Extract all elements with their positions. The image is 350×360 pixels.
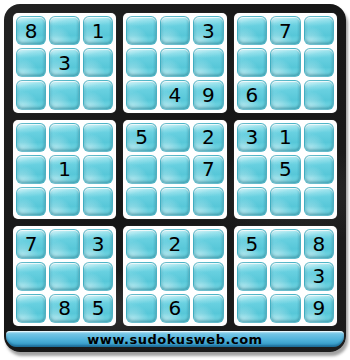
cell-r9c9[interactable]: 9 — [304, 294, 334, 323]
cell-r9c4[interactable] — [126, 294, 156, 323]
cell-r1c5[interactable] — [160, 16, 190, 45]
cell-r4c3[interactable] — [83, 123, 113, 152]
cell-r8c1[interactable] — [16, 262, 46, 291]
cell-r2c3[interactable] — [83, 48, 113, 77]
box-3-2: 26 — [123, 226, 226, 326]
sudoku-board: 8133497615273157385265839 — [13, 13, 337, 326]
cell-r9c7[interactable] — [237, 294, 267, 323]
cell-r9c2[interactable]: 8 — [49, 294, 79, 323]
cell-r6c1[interactable] — [16, 187, 46, 216]
cell-r3c6[interactable]: 9 — [193, 80, 223, 109]
cell-r2c4[interactable] — [126, 48, 156, 77]
box-3-3: 5839 — [234, 226, 337, 326]
cell-r4c8[interactable]: 1 — [270, 123, 300, 152]
board-shell: 8133497615273157385265839 www.sudokusweb… — [4, 4, 346, 352]
cell-r6c6[interactable] — [193, 187, 223, 216]
cell-r8c3[interactable] — [83, 262, 113, 291]
cell-r2c5[interactable] — [160, 48, 190, 77]
cell-r8c4[interactable] — [126, 262, 156, 291]
cell-r8c2[interactable] — [49, 262, 79, 291]
cell-r4c2[interactable] — [49, 123, 79, 152]
box-1-1: 813 — [13, 13, 116, 113]
cell-r2c1[interactable] — [16, 48, 46, 77]
cell-r6c3[interactable] — [83, 187, 113, 216]
cell-r6c7[interactable] — [237, 187, 267, 216]
cell-r3c4[interactable] — [126, 80, 156, 109]
cell-r7c1[interactable]: 7 — [16, 229, 46, 258]
cell-r3c7[interactable]: 6 — [237, 80, 267, 109]
cell-r3c2[interactable] — [49, 80, 79, 109]
cell-r3c1[interactable] — [16, 80, 46, 109]
cell-r8c6[interactable] — [193, 262, 223, 291]
cell-r1c4[interactable] — [126, 16, 156, 45]
website-link[interactable]: www.sudokusweb.com — [6, 331, 344, 347]
cell-r1c6[interactable]: 3 — [193, 16, 223, 45]
cell-r9c6[interactable] — [193, 294, 223, 323]
cell-r4c6[interactable]: 2 — [193, 123, 223, 152]
cell-r1c8[interactable]: 7 — [270, 16, 300, 45]
cell-r4c1[interactable] — [16, 123, 46, 152]
cell-r2c6[interactable] — [193, 48, 223, 77]
cell-r7c8[interactable] — [270, 229, 300, 258]
cell-r9c8[interactable] — [270, 294, 300, 323]
cell-r4c4[interactable]: 5 — [126, 123, 156, 152]
cell-r1c2[interactable] — [49, 16, 79, 45]
cell-r8c7[interactable] — [237, 262, 267, 291]
cell-r7c7[interactable]: 5 — [237, 229, 267, 258]
cell-r9c5[interactable]: 6 — [160, 294, 190, 323]
cell-r5c5[interactable] — [160, 155, 190, 184]
box-1-2: 349 — [123, 13, 226, 113]
cell-r4c5[interactable] — [160, 123, 190, 152]
box-2-1: 1 — [13, 120, 116, 220]
cell-r7c6[interactable] — [193, 229, 223, 258]
cell-r7c4[interactable] — [126, 229, 156, 258]
cell-r6c4[interactable] — [126, 187, 156, 216]
cell-r8c5[interactable] — [160, 262, 190, 291]
cell-r8c8[interactable] — [270, 262, 300, 291]
cell-r6c9[interactable] — [304, 187, 334, 216]
cell-r1c1[interactable]: 8 — [16, 16, 46, 45]
cell-r3c9[interactable] — [304, 80, 334, 109]
cell-r2c7[interactable] — [237, 48, 267, 77]
cell-r2c8[interactable] — [270, 48, 300, 77]
cell-r6c8[interactable] — [270, 187, 300, 216]
cell-r5c4[interactable] — [126, 155, 156, 184]
cell-r3c3[interactable] — [83, 80, 113, 109]
cell-r2c2[interactable]: 3 — [49, 48, 79, 77]
cell-r6c2[interactable] — [49, 187, 79, 216]
cell-r5c7[interactable] — [237, 155, 267, 184]
cell-r7c3[interactable]: 3 — [83, 229, 113, 258]
cell-r3c5[interactable]: 4 — [160, 80, 190, 109]
cell-r1c3[interactable]: 1 — [83, 16, 113, 45]
cell-r7c5[interactable]: 2 — [160, 229, 190, 258]
cell-r9c3[interactable]: 5 — [83, 294, 113, 323]
cell-r3c8[interactable] — [270, 80, 300, 109]
cell-r4c9[interactable] — [304, 123, 334, 152]
box-2-2: 527 — [123, 120, 226, 220]
box-2-3: 315 — [234, 120, 337, 220]
cell-r7c9[interactable]: 8 — [304, 229, 334, 258]
cell-r5c8[interactable]: 5 — [270, 155, 300, 184]
cell-r7c2[interactable] — [49, 229, 79, 258]
cell-r5c3[interactable] — [83, 155, 113, 184]
cell-r2c9[interactable] — [304, 48, 334, 77]
cell-r5c6[interactable]: 7 — [193, 155, 223, 184]
cell-r5c9[interactable] — [304, 155, 334, 184]
box-1-3: 76 — [234, 13, 337, 113]
cell-r5c1[interactable] — [16, 155, 46, 184]
cell-r5c2[interactable]: 1 — [49, 155, 79, 184]
cell-r9c1[interactable] — [16, 294, 46, 323]
cell-r1c9[interactable] — [304, 16, 334, 45]
cell-r4c7[interactable]: 3 — [237, 123, 267, 152]
cell-r8c9[interactable]: 3 — [304, 262, 334, 291]
sudoku-widget: 8133497615273157385265839 www.sudokusweb… — [0, 0, 350, 360]
box-3-1: 7385 — [13, 226, 116, 326]
cell-r1c7[interactable] — [237, 16, 267, 45]
cell-r6c5[interactable] — [160, 187, 190, 216]
